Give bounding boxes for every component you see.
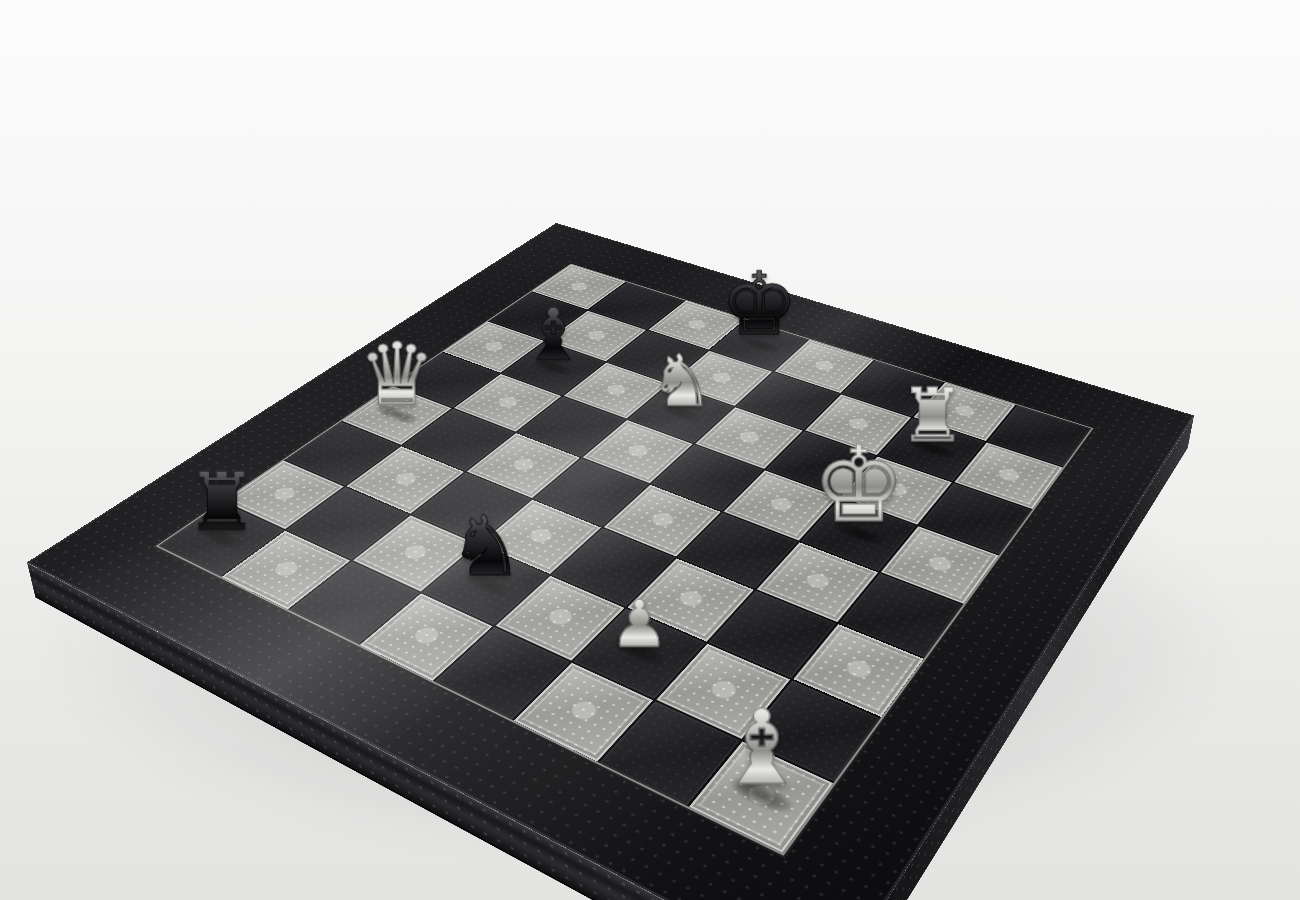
scene: ♚♚♜♜♝♝♞♞♚♚♛♛♞♞♟♟♜♜♝♝ <box>0 0 1300 900</box>
rook-glyph: ♜ <box>899 379 965 453</box>
king-glyph: ♚ <box>812 433 906 538</box>
board-grid: ♚♚♜♜♝♝♞♞♚♚♛♛♞♞♟♟♜♜♝♝ <box>159 265 1091 853</box>
king-glyph: ♚ <box>720 261 798 348</box>
bishop-glyph: ♝ <box>715 697 807 800</box>
knight-glyph: ♞ <box>649 345 713 416</box>
bishop-glyph: ♝ <box>522 300 586 371</box>
pawn-glyph: ♟ <box>611 592 669 657</box>
chess-board: ♚♚♜♜♝♝♞♞♚♚♛♛♞♞♟♟♜♜♝♝ <box>27 223 1194 900</box>
square-b2 <box>287 487 409 559</box>
photo-backdrop: ♚♚♜♜♝♝♞♞♚♚♛♛♞♞♟♟♜♜♝♝ <box>0 0 1300 900</box>
knight-glyph: ♞ <box>449 505 523 588</box>
rook-glyph: ♜ <box>186 462 258 542</box>
board-top-face: ♚♚♜♜♝♝♞♞♚♚♛♛♞♞♟♟♜♜♝♝ <box>27 223 1194 900</box>
queen-glyph: ♛ <box>358 332 435 418</box>
